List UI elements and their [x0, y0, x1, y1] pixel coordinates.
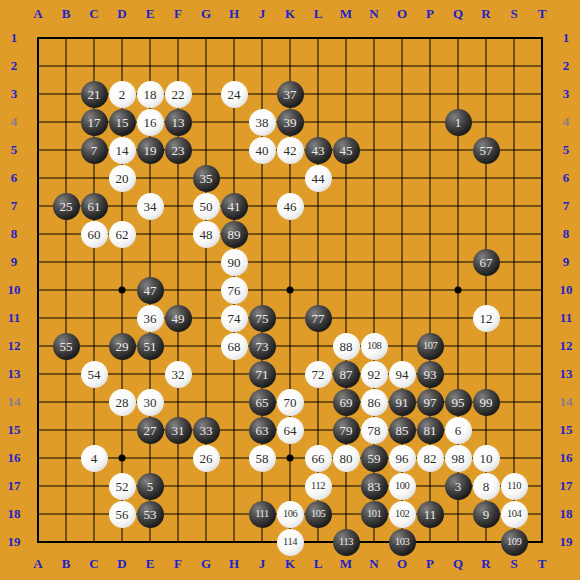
coordinate-label-f: F	[164, 5, 192, 23]
stone-move-number: 15	[116, 116, 129, 129]
coordinate-label-1: 1	[552, 24, 580, 52]
coordinate-label-e: E	[136, 5, 164, 23]
stone-white-e14[interactable]: 30	[137, 389, 164, 416]
coordinate-label-3: 3	[552, 80, 580, 108]
stone-white-n12[interactable]: 108	[361, 333, 388, 360]
stone-black-k3[interactable]: 37	[277, 81, 304, 108]
coordinate-label-q: Q	[444, 555, 472, 573]
coordinate-label-n: N	[360, 5, 388, 23]
coordinate-label-l: L	[304, 555, 332, 573]
coordinate-label-a: A	[24, 555, 52, 573]
stone-move-number: 57	[480, 144, 493, 157]
coordinate-label-g: G	[192, 555, 220, 573]
stone-white-c8[interactable]: 60	[81, 221, 108, 248]
stone-move-number: 81	[424, 424, 437, 437]
stone-move-number: 14	[116, 144, 129, 157]
stone-move-number: 109	[507, 537, 521, 548]
stone-black-p18[interactable]: 11	[417, 501, 444, 528]
stone-move-number: 59	[368, 452, 381, 465]
stone-white-h12[interactable]: 68	[221, 333, 248, 360]
coordinate-label-12: 12	[552, 332, 580, 360]
stone-move-number: 31	[172, 424, 185, 437]
stone-black-f4[interactable]: 13	[165, 109, 192, 136]
stone-move-number: 95	[452, 396, 465, 409]
stone-move-number: 41	[228, 200, 241, 213]
column-labels-bottom: ABCDEFGHJKLMNOPQRST	[24, 555, 556, 573]
stone-black-h7[interactable]: 41	[221, 193, 248, 220]
stone-move-number: 48	[200, 228, 213, 241]
stone-black-c7[interactable]: 61	[81, 193, 108, 220]
stone-black-o14[interactable]: 91	[389, 389, 416, 416]
stone-move-number: 60	[88, 228, 101, 241]
coordinate-label-b: B	[52, 5, 80, 23]
stone-white-d3[interactable]: 2	[109, 81, 136, 108]
stone-move-number: 112	[311, 481, 325, 492]
stone-black-g6[interactable]: 35	[193, 165, 220, 192]
stone-move-number: 64	[284, 424, 297, 437]
coordinate-label-o: O	[388, 5, 416, 23]
stone-black-j13[interactable]: 71	[249, 361, 276, 388]
stone-white-f13[interactable]: 32	[165, 361, 192, 388]
stone-black-r9[interactable]: 67	[473, 249, 500, 276]
stone-white-r16[interactable]: 10	[473, 445, 500, 472]
stone-move-number: 65	[256, 396, 269, 409]
stone-move-number: 49	[172, 312, 185, 325]
stone-white-g8[interactable]: 48	[193, 221, 220, 248]
stone-move-number: 100	[395, 481, 409, 492]
coordinate-label-t: T	[528, 555, 556, 573]
stone-black-e18[interactable]: 53	[137, 501, 164, 528]
coordinate-label-n: N	[360, 555, 388, 573]
stone-black-p15[interactable]: 81	[417, 417, 444, 444]
stone-white-m16[interactable]: 80	[333, 445, 360, 472]
stone-move-number: 42	[284, 144, 297, 157]
stone-move-number: 102	[395, 509, 409, 520]
stone-move-number: 90	[228, 256, 241, 269]
stone-move-number: 85	[396, 424, 409, 437]
stone-move-number: 16	[144, 116, 157, 129]
coordinate-label-c: C	[80, 555, 108, 573]
coordinate-label-18: 18	[552, 500, 580, 528]
stone-white-e11[interactable]: 36	[137, 305, 164, 332]
stone-white-j5[interactable]: 40	[249, 137, 276, 164]
stone-move-number: 6	[455, 424, 462, 437]
coordinate-label-k: K	[276, 555, 304, 573]
stone-black-e15[interactable]: 27	[137, 417, 164, 444]
stone-move-number: 94	[396, 368, 409, 381]
stone-move-number: 22	[172, 88, 185, 101]
stone-move-number: 47	[144, 284, 157, 297]
stone-move-number: 75	[256, 312, 269, 325]
stone-move-number: 38	[256, 116, 269, 129]
stone-black-n18[interactable]: 101	[361, 501, 388, 528]
coordinate-label-k: K	[276, 5, 304, 23]
stone-black-o15[interactable]: 85	[389, 417, 416, 444]
stone-white-f3[interactable]: 22	[165, 81, 192, 108]
stone-move-number: 98	[452, 452, 465, 465]
stone-move-number: 33	[200, 424, 213, 437]
stone-move-number: 110	[507, 481, 521, 492]
stone-black-b7[interactable]: 25	[53, 193, 80, 220]
stone-black-j11[interactable]: 75	[249, 305, 276, 332]
stone-black-j14[interactable]: 65	[249, 389, 276, 416]
stone-move-number: 39	[284, 116, 297, 129]
stone-move-number: 79	[340, 424, 353, 437]
stone-white-e4[interactable]: 16	[137, 109, 164, 136]
stone-move-number: 76	[228, 284, 241, 297]
coordinate-label-6: 6	[552, 164, 580, 192]
stone-black-j12[interactable]: 73	[249, 333, 276, 360]
stone-white-l6[interactable]: 44	[305, 165, 332, 192]
stone-white-h10[interactable]: 76	[221, 277, 248, 304]
coordinate-label-d: D	[108, 5, 136, 23]
coordinate-label-h: H	[220, 555, 248, 573]
stone-black-m14[interactable]: 69	[333, 389, 360, 416]
stone-black-e17[interactable]: 5	[137, 473, 164, 500]
stone-white-s18[interactable]: 104	[501, 501, 528, 528]
stone-black-q14[interactable]: 95	[445, 389, 472, 416]
stone-move-number: 91	[396, 396, 409, 409]
stone-white-n14[interactable]: 86	[361, 389, 388, 416]
coordinate-label-g: G	[192, 5, 220, 23]
stone-black-j15[interactable]: 63	[249, 417, 276, 444]
stone-white-k14[interactable]: 70	[277, 389, 304, 416]
stone-black-o19[interactable]: 103	[389, 529, 416, 556]
stone-black-k4[interactable]: 39	[277, 109, 304, 136]
stone-white-h11[interactable]: 74	[221, 305, 248, 332]
stone-move-number: 80	[340, 452, 353, 465]
stone-move-number: 43	[312, 144, 325, 157]
go-board-diagram: ABCDEFGHJKLMNOPQRST ABCDEFGHJKLMNOPQRST …	[0, 0, 580, 580]
coordinate-label-b: B	[52, 555, 80, 573]
coordinate-label-7: 7	[552, 192, 580, 220]
stone-white-d8[interactable]: 62	[109, 221, 136, 248]
stone-move-number: 93	[424, 368, 437, 381]
stone-move-number: 68	[228, 340, 241, 353]
stone-white-k19[interactable]: 114	[277, 529, 304, 556]
stone-white-j16[interactable]: 58	[249, 445, 276, 472]
coordinate-label-r: R	[472, 555, 500, 573]
stone-black-c4[interactable]: 17	[81, 109, 108, 136]
coordinate-label-j: J	[248, 555, 276, 573]
stone-move-number: 17	[88, 116, 101, 129]
coordinate-label-11: 11	[552, 304, 580, 332]
stone-black-q4[interactable]: 1	[445, 109, 472, 136]
stone-move-number: 56	[116, 508, 129, 521]
stone-move-number: 103	[395, 537, 409, 548]
stone-white-c16[interactable]: 4	[81, 445, 108, 472]
stone-move-number: 54	[88, 368, 101, 381]
stone-move-number: 86	[368, 396, 381, 409]
coordinate-label-l: L	[304, 5, 332, 23]
coordinate-label-m: M	[332, 555, 360, 573]
stone-white-q16[interactable]: 98	[445, 445, 472, 472]
coordinate-label-j: J	[248, 5, 276, 23]
coordinate-label-o: O	[388, 555, 416, 573]
stone-black-d12[interactable]: 29	[109, 333, 136, 360]
stone-black-l5[interactable]: 43	[305, 137, 332, 164]
column-labels-top: ABCDEFGHJKLMNOPQRST	[24, 5, 556, 23]
stone-white-l17[interactable]: 112	[305, 473, 332, 500]
stone-black-l18[interactable]: 105	[305, 501, 332, 528]
stone-white-n13[interactable]: 92	[361, 361, 388, 388]
coordinate-label-5: 5	[552, 136, 580, 164]
coordinate-label-13: 13	[552, 360, 580, 388]
stone-move-number: 37	[284, 88, 297, 101]
stone-black-m15[interactable]: 79	[333, 417, 360, 444]
stone-white-e7[interactable]: 34	[137, 193, 164, 220]
stone-black-c5[interactable]: 7	[81, 137, 108, 164]
stone-white-e3[interactable]: 18	[137, 81, 164, 108]
stone-move-number: 52	[116, 480, 129, 493]
stone-black-m5[interactable]: 45	[333, 137, 360, 164]
stone-move-number: 45	[340, 144, 353, 157]
stone-white-n15[interactable]: 78	[361, 417, 388, 444]
coordinate-label-t: T	[528, 5, 556, 23]
stone-move-number: 108	[367, 341, 381, 352]
stone-black-e5[interactable]: 19	[137, 137, 164, 164]
stone-move-number: 53	[144, 508, 157, 521]
stone-move-number: 20	[116, 172, 129, 185]
stone-move-number: 7	[91, 144, 98, 157]
stone-move-number: 18	[144, 88, 157, 101]
stone-black-p12[interactable]: 107	[417, 333, 444, 360]
stone-white-d5[interactable]: 14	[109, 137, 136, 164]
stone-move-number: 83	[368, 480, 381, 493]
coordinate-label-16: 16	[552, 444, 580, 472]
stone-black-m13[interactable]: 87	[333, 361, 360, 388]
stone-move-number: 106	[283, 509, 297, 520]
coordinate-label-15: 15	[552, 416, 580, 444]
stone-white-k18[interactable]: 106	[277, 501, 304, 528]
coordinate-label-c: C	[80, 5, 108, 23]
stone-move-number: 105	[311, 509, 325, 520]
stone-move-number: 51	[144, 340, 157, 353]
stone-white-r17[interactable]: 8	[473, 473, 500, 500]
coordinate-label-9: 9	[552, 248, 580, 276]
stone-white-o13[interactable]: 94	[389, 361, 416, 388]
stone-white-r11[interactable]: 12	[473, 305, 500, 332]
stone-black-f15[interactable]: 31	[165, 417, 192, 444]
stone-move-number: 96	[396, 452, 409, 465]
stone-black-s19[interactable]: 109	[501, 529, 528, 556]
stone-move-number: 67	[480, 256, 493, 269]
coordinate-label-a: A	[24, 5, 52, 23]
stone-move-number: 66	[312, 452, 325, 465]
stone-black-f11[interactable]: 49	[165, 305, 192, 332]
stone-move-number: 113	[339, 537, 353, 548]
stone-white-d18[interactable]: 56	[109, 501, 136, 528]
stone-move-number: 92	[368, 368, 381, 381]
stone-move-number: 88	[340, 340, 353, 353]
stone-move-number: 89	[228, 228, 241, 241]
stone-white-s17[interactable]: 110	[501, 473, 528, 500]
stone-white-g7[interactable]: 50	[193, 193, 220, 220]
stone-black-j18[interactable]: 111	[249, 501, 276, 528]
coordinate-label-2: 2	[552, 52, 580, 80]
stone-white-o16[interactable]: 96	[389, 445, 416, 472]
stone-move-number: 35	[200, 172, 213, 185]
stone-black-n16[interactable]: 59	[361, 445, 388, 472]
stone-move-number: 24	[228, 88, 241, 101]
stone-move-number: 99	[480, 396, 493, 409]
row-labels-right: 12345678910111213141516171819	[552, 24, 580, 556]
stone-move-number: 70	[284, 396, 297, 409]
stone-white-o18[interactable]: 102	[389, 501, 416, 528]
stone-white-l13[interactable]: 72	[305, 361, 332, 388]
stone-move-number: 97	[424, 396, 437, 409]
stone-black-h8[interactable]: 89	[221, 221, 248, 248]
stone-white-g16[interactable]: 26	[193, 445, 220, 472]
stone-move-number: 5	[147, 480, 154, 493]
stone-black-g15[interactable]: 33	[193, 417, 220, 444]
stone-black-n17[interactable]: 83	[361, 473, 388, 500]
stone-black-c3[interactable]: 21	[81, 81, 108, 108]
stone-white-d17[interactable]: 52	[109, 473, 136, 500]
stone-white-o17[interactable]: 100	[389, 473, 416, 500]
stone-move-number: 32	[172, 368, 185, 381]
stone-move-number: 63	[256, 424, 269, 437]
stone-move-number: 4	[91, 452, 98, 465]
stone-black-e10[interactable]: 47	[137, 277, 164, 304]
stone-move-number: 21	[88, 88, 101, 101]
stone-move-number: 107	[423, 341, 437, 352]
stone-move-number: 28	[116, 396, 129, 409]
stone-white-j4[interactable]: 38	[249, 109, 276, 136]
coordinate-label-p: P	[416, 5, 444, 23]
stone-white-c13[interactable]: 54	[81, 361, 108, 388]
coordinate-label-19: 19	[552, 528, 580, 556]
stone-move-number: 78	[368, 424, 381, 437]
stone-white-h9[interactable]: 90	[221, 249, 248, 276]
stone-black-p14[interactable]: 97	[417, 389, 444, 416]
stone-white-p16[interactable]: 82	[417, 445, 444, 472]
stone-move-number: 2	[119, 88, 126, 101]
stone-white-q15[interactable]: 6	[445, 417, 472, 444]
stone-move-number: 11	[424, 508, 437, 521]
stone-move-number: 71	[256, 368, 269, 381]
stone-move-number: 23	[172, 144, 185, 157]
stone-move-number: 87	[340, 368, 353, 381]
stone-black-p13[interactable]: 93	[417, 361, 444, 388]
stone-white-m12[interactable]: 88	[333, 333, 360, 360]
stone-move-number: 61	[88, 200, 101, 213]
stone-move-number: 72	[312, 368, 325, 381]
stone-black-d4[interactable]: 15	[109, 109, 136, 136]
stone-move-number: 9	[483, 508, 490, 521]
coordinate-label-e: E	[136, 555, 164, 573]
stone-black-q17[interactable]: 3	[445, 473, 472, 500]
stone-white-k15[interactable]: 64	[277, 417, 304, 444]
stone-move-number: 8	[483, 480, 490, 493]
stone-black-e12[interactable]: 51	[137, 333, 164, 360]
stone-move-number: 114	[283, 537, 297, 548]
stone-white-d6[interactable]: 20	[109, 165, 136, 192]
coordinate-label-f: F	[164, 555, 192, 573]
stone-move-number: 58	[256, 452, 269, 465]
coordinate-label-m: M	[332, 5, 360, 23]
stone-move-number: 101	[367, 509, 381, 520]
stone-move-number: 26	[200, 452, 213, 465]
stone-black-b12[interactable]: 55	[53, 333, 80, 360]
stone-black-r14[interactable]: 99	[473, 389, 500, 416]
stone-move-number: 77	[312, 312, 325, 325]
stone-white-l16[interactable]: 66	[305, 445, 332, 472]
coordinate-label-14: 14	[552, 388, 580, 416]
stone-white-k7[interactable]: 46	[277, 193, 304, 220]
stone-move-number: 36	[144, 312, 157, 325]
stone-move-number: 1	[455, 116, 462, 129]
coordinate-label-d: D	[108, 555, 136, 573]
stone-move-number: 10	[480, 452, 493, 465]
stone-move-number: 44	[312, 172, 325, 185]
coordinate-label-10: 10	[552, 276, 580, 304]
stone-move-number: 46	[284, 200, 297, 213]
coordinate-label-17: 17	[552, 472, 580, 500]
stone-black-l11[interactable]: 77	[305, 305, 332, 332]
stone-move-number: 55	[60, 340, 73, 353]
coordinate-label-h: H	[220, 5, 248, 23]
stone-move-number: 34	[144, 200, 157, 213]
stone-white-d14[interactable]: 28	[109, 389, 136, 416]
stone-move-number: 40	[256, 144, 269, 157]
stone-move-number: 62	[116, 228, 129, 241]
stone-white-k5[interactable]: 42	[277, 137, 304, 164]
stone-black-r18[interactable]: 9	[473, 501, 500, 528]
stone-move-number: 104	[507, 509, 521, 520]
coordinate-label-r: R	[472, 5, 500, 23]
stone-move-number: 30	[144, 396, 157, 409]
stone-white-h3[interactable]: 24	[221, 81, 248, 108]
stone-move-number: 3	[455, 480, 462, 493]
stone-black-r5[interactable]: 57	[473, 137, 500, 164]
stone-move-number: 69	[340, 396, 353, 409]
stone-black-m19[interactable]: 113	[333, 529, 360, 556]
stone-move-number: 25	[60, 200, 73, 213]
coordinate-label-4: 4	[552, 108, 580, 136]
stone-move-number: 111	[255, 509, 268, 520]
stone-move-number: 74	[228, 312, 241, 325]
stone-move-number: 50	[200, 200, 213, 213]
stone-move-number: 73	[256, 340, 269, 353]
stone-move-number: 12	[480, 312, 493, 325]
stone-move-number: 82	[424, 452, 437, 465]
stone-black-f5[interactable]: 23	[165, 137, 192, 164]
stone-move-number: 19	[144, 144, 157, 157]
coordinate-label-p: P	[416, 555, 444, 573]
coordinate-label-s: S	[500, 5, 528, 23]
stone-move-number: 27	[144, 424, 157, 437]
stone-move-number: 13	[172, 116, 185, 129]
stone-move-number: 29	[116, 340, 129, 353]
coordinate-label-q: Q	[444, 5, 472, 23]
coordinate-label-8: 8	[552, 220, 580, 248]
board-intersections[interactable]: 1234567891011121314151617181920212223242…	[24, 24, 556, 556]
coordinate-label-s: S	[500, 555, 528, 573]
